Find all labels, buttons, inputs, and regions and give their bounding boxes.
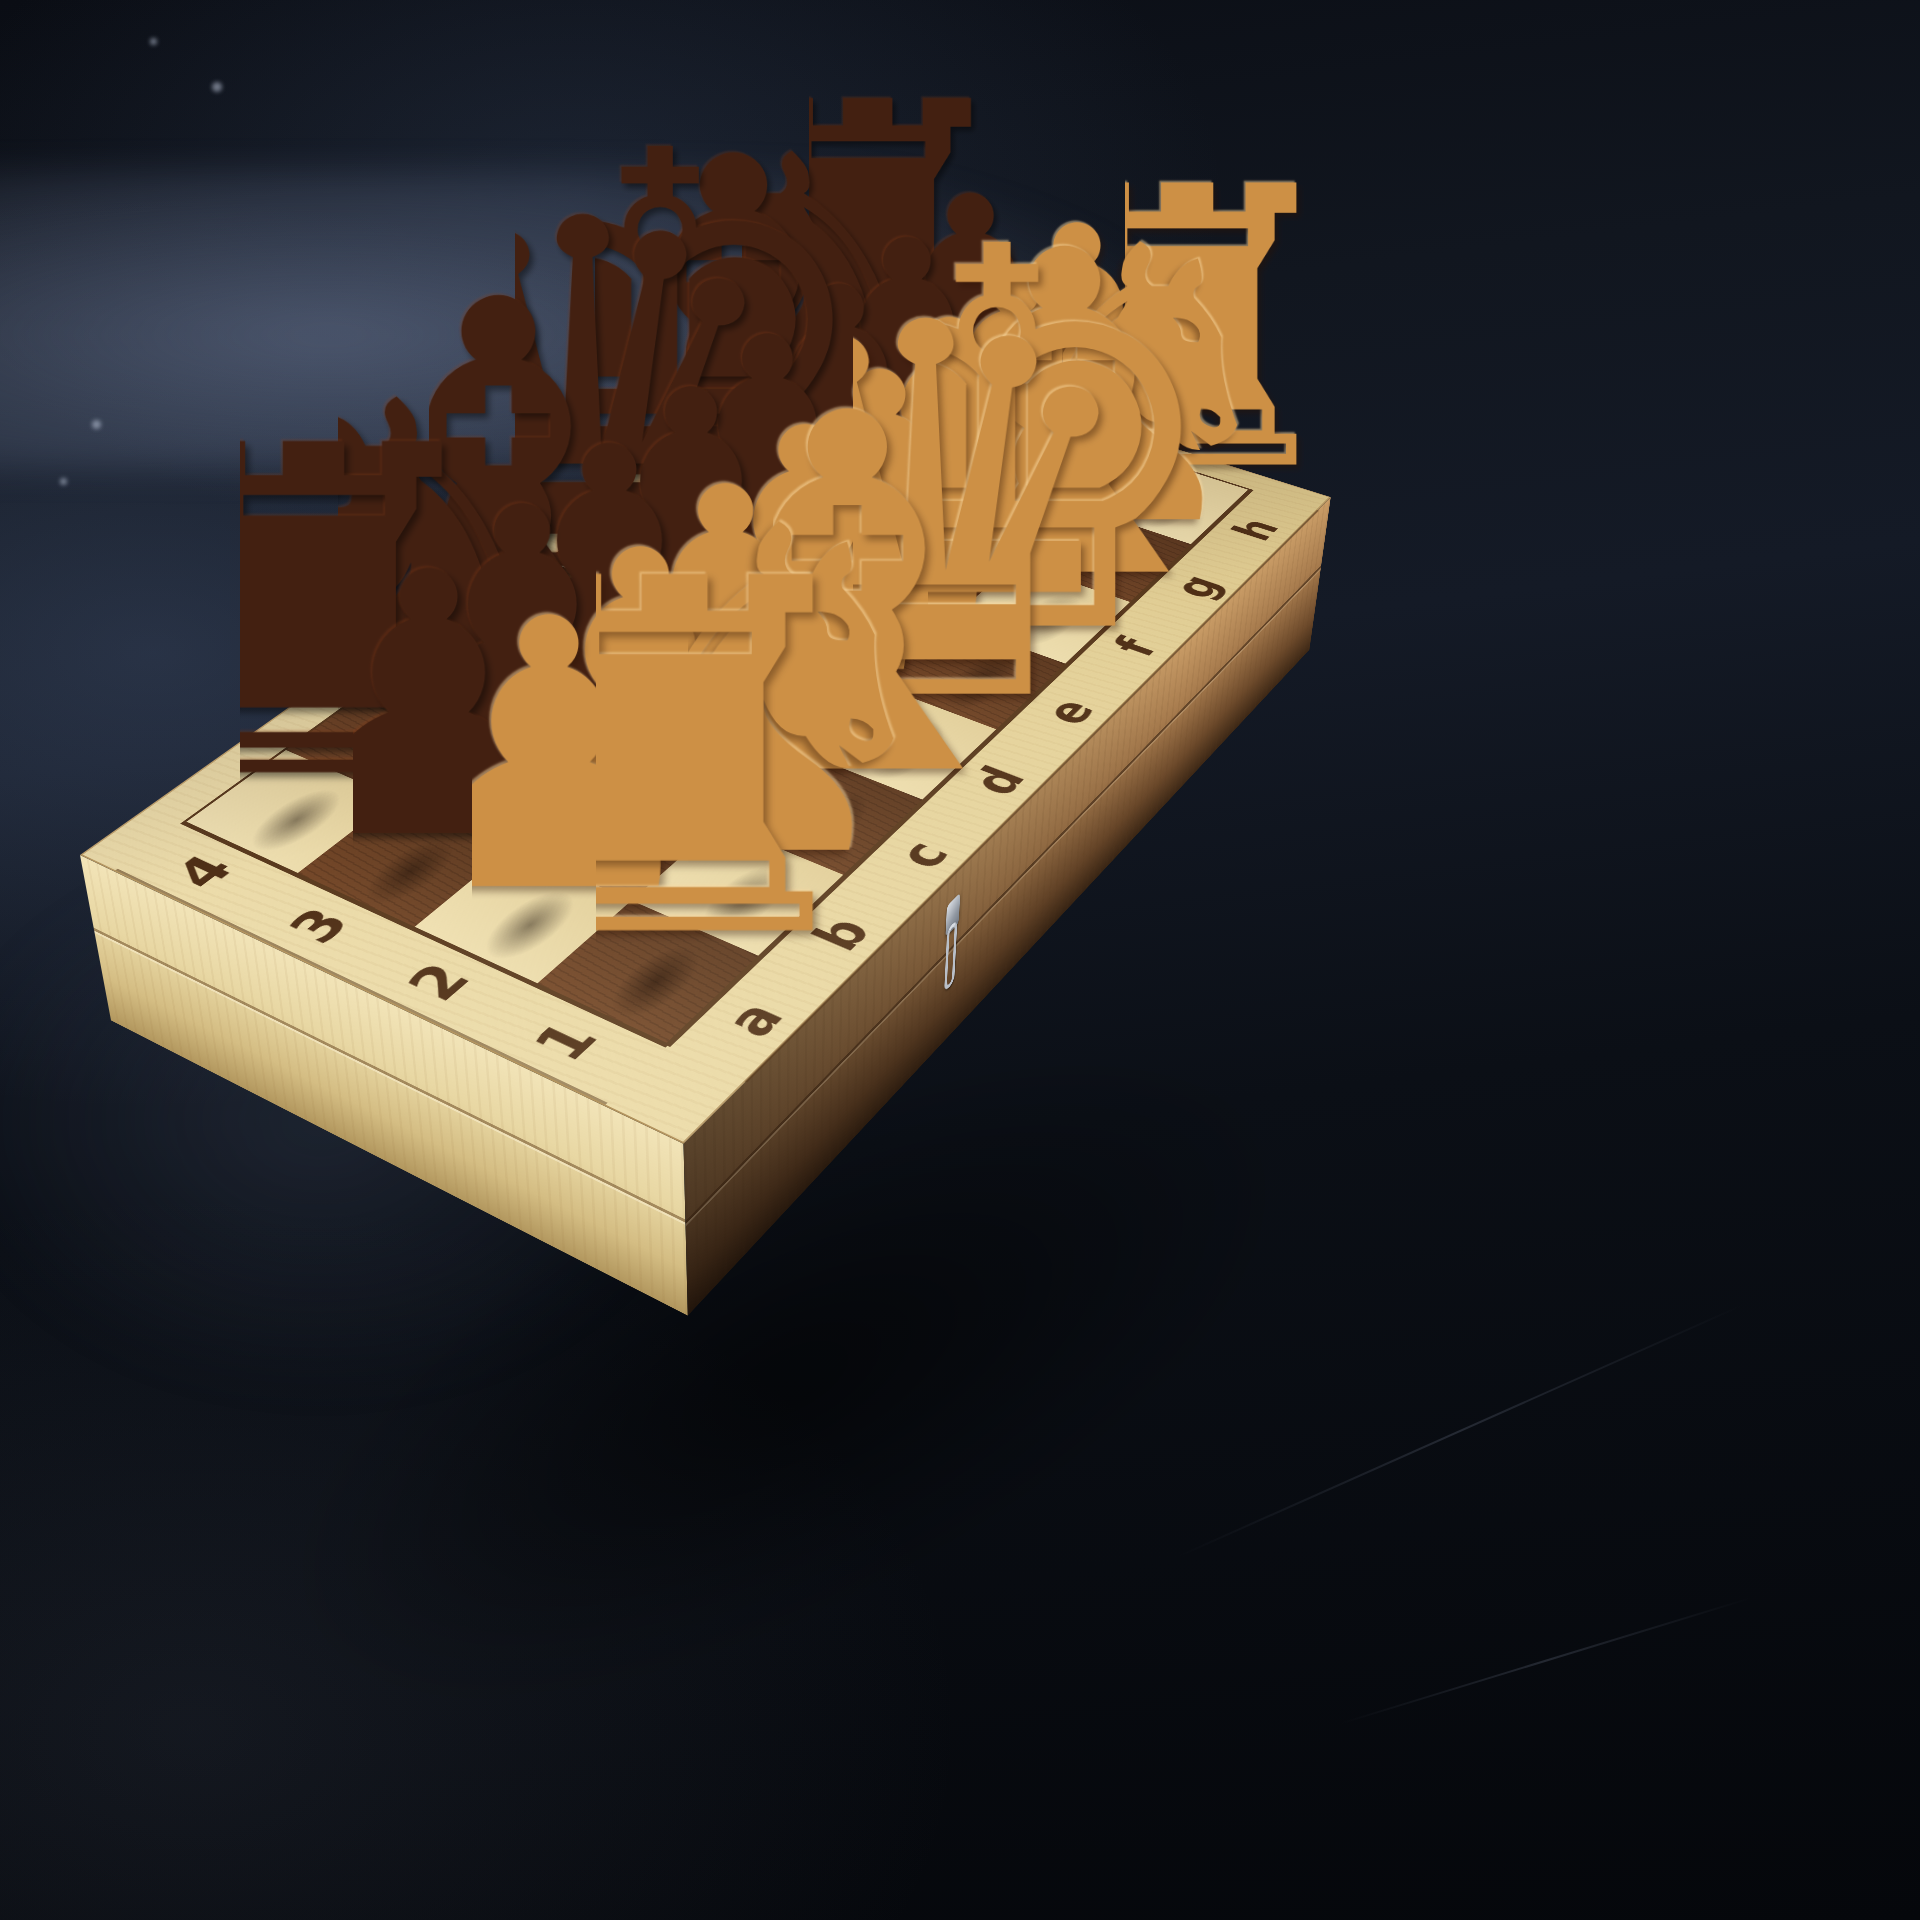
chess-box: 4321 abcdefgh ♜♞♝♛♚♝♞♜♟♟♟♟♟♟♟♟♟♟♟♟♟♟♟♟♜♞…	[80, 336, 1331, 1144]
square-a1	[538, 900, 759, 1042]
piece-white-rook-h1: ♜	[1125, 0, 1251, 508]
square-a2	[415, 848, 632, 983]
photo-backdrop: 4321 abcdefgh ♜♞♝♛♚♝♞♜♟♟♟♟♟♟♟♟♟♟♟♟♟♟♟♟♜♞…	[0, 0, 1920, 1920]
chess-box-scene: 4321 abcdefgh ♜♞♝♛♚♝♞♜♟♟♟♟♟♟♟♟♟♟♟♟♟♟♟♟♜♞…	[0, 0, 1920, 1920]
piece-white-pawn-h2: ♟	[1015, 0, 1138, 472]
